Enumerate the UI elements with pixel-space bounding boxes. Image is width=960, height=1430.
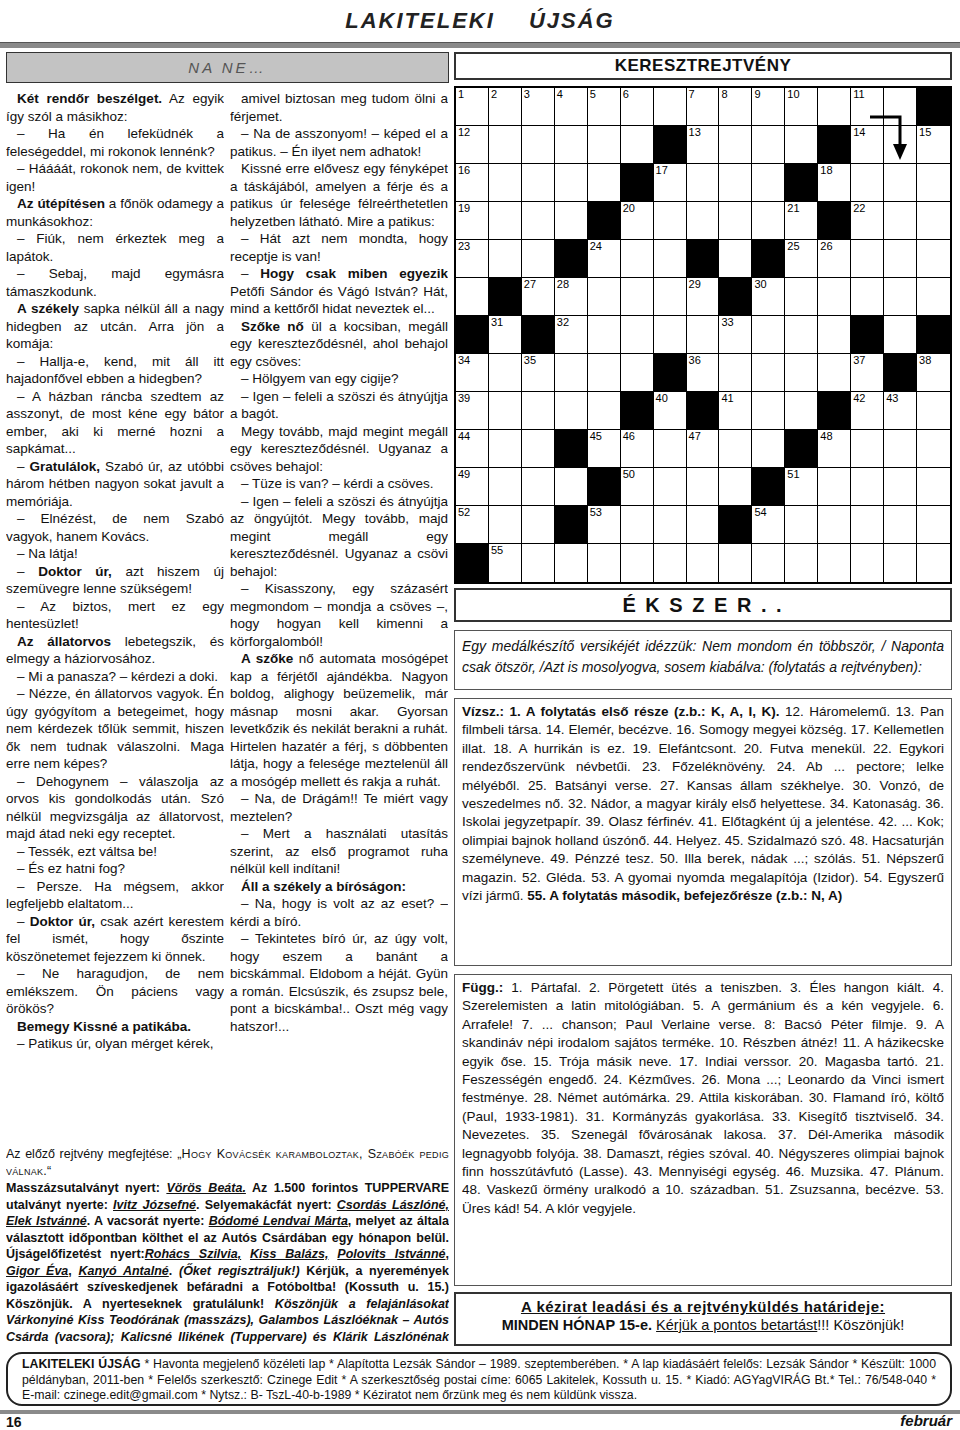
jokes-section-title: NA NE… — [188, 59, 266, 76]
crossword-cell[interactable]: 11 — [851, 88, 884, 126]
crossword-cell[interactable] — [851, 544, 884, 582]
crossword-cell[interactable]: 17 — [654, 164, 687, 202]
crossword-cell[interactable] — [687, 468, 720, 506]
crossword-cell[interactable] — [917, 506, 950, 544]
masthead-rule — [0, 42, 960, 48]
crossword-cell[interactable] — [818, 88, 851, 126]
crossword-cell[interactable]: 27 — [522, 278, 555, 316]
deadline-box: A kézirat leadási és a rejtvényküldés ha… — [454, 1292, 952, 1346]
paragraph: – Hogy csak miben egyezik Petőfi Sándor … — [230, 265, 448, 318]
clue-number: 43 — [886, 392, 898, 405]
paragraph: – Az biztos, mert ez egy hentesüzlet! — [6, 598, 224, 633]
clue-number: 36 — [689, 354, 701, 367]
crossword-black-cell — [456, 544, 489, 582]
paragraph: – Doktor úr, csak azért kerestem fel ism… — [6, 913, 224, 966]
crossword-cell[interactable]: 8 — [719, 88, 752, 126]
crossword-cell[interactable] — [884, 506, 917, 544]
crossword-cell[interactable]: 46 — [621, 430, 654, 468]
crossword-cell[interactable] — [719, 544, 752, 582]
crossword-grid: 1234567891011121314151617181920212223242… — [454, 86, 952, 584]
clue-number: 41 — [721, 392, 733, 405]
crossword-cell[interactable]: 47 — [687, 430, 720, 468]
crossword-cell[interactable] — [687, 544, 720, 582]
crossword-cell[interactable]: 48 — [818, 430, 851, 468]
crossword-black-cell — [489, 278, 522, 316]
paragraph: – És ez hatni fog? — [6, 860, 224, 878]
previous-solution: Az előző rejtvény megfejtése: „Hogy Ková… — [6, 1146, 449, 1179]
clue-number: 35 — [524, 354, 536, 367]
crossword-black-cell — [687, 240, 720, 278]
crossword-cell[interactable] — [851, 164, 884, 202]
crossword-cell[interactable]: 42 — [851, 392, 884, 430]
crossword-black-cell — [522, 316, 555, 354]
crossword-cell[interactable] — [621, 240, 654, 278]
crossword-cell[interactable]: 26 — [818, 240, 851, 278]
paragraph: Áll a székely a bíróságon: — [230, 878, 448, 896]
crossword-cell[interactable] — [818, 278, 851, 316]
down-clues: Függ.: 1. Pártafal. 2. Pörgetett ütés a … — [454, 974, 952, 1286]
winners-text: Masszázsutalványt nyert: Vörös Beáta. Az… — [6, 1180, 449, 1348]
crossword-cell[interactable]: 36 — [687, 354, 720, 392]
paragraph: – Mert a használati utasítás szerint, az… — [230, 825, 448, 878]
clue-number: 37 — [853, 354, 865, 367]
newspaper-page: LAKITELEKI ÚJSÁG NA NE… Két rendőr beszé… — [0, 0, 960, 1430]
crossword-cell[interactable]: 40 — [654, 392, 687, 430]
crossword-cell[interactable] — [588, 126, 621, 164]
crossword-cell[interactable] — [752, 430, 785, 468]
crossword-cell[interactable]: 12 — [456, 126, 489, 164]
crossword-cell[interactable] — [752, 354, 785, 392]
paragraph: A székely sapka nélkül áll a nagy hidegb… — [6, 300, 224, 353]
crossword-cell[interactable]: 6 — [621, 88, 654, 126]
crossword-cell[interactable] — [654, 544, 687, 582]
paragraph: – Hallja-e, kend, mit áll itt hajadonfőv… — [6, 353, 224, 388]
clue-number: 18 — [820, 164, 832, 177]
paragraph: – Mi a panasza? – kérdezi a doki. — [6, 668, 224, 686]
paragraph: – Na de asszonyom! – képed el a patikus.… — [230, 125, 448, 160]
clue-number: 31 — [491, 316, 503, 329]
crossword-cell[interactable]: 2 — [489, 88, 522, 126]
paragraph: – Tessék, ezt váltsa be! — [6, 843, 224, 861]
crossword-black-cell — [588, 468, 621, 506]
paragraph: A szőke nő automata mosógépet kap a férj… — [230, 650, 448, 790]
crossword-cell[interactable] — [522, 202, 555, 240]
clue-number: 50 — [623, 468, 635, 481]
crossword-black-cell — [588, 202, 621, 240]
crossword-cell[interactable] — [621, 316, 654, 354]
paragraph: – Persze. Ha mégsem, akkor legfeljebb el… — [6, 878, 224, 913]
crossword-cell[interactable] — [818, 544, 851, 582]
crossword-black-cell — [752, 240, 785, 278]
crossword-cell[interactable] — [719, 240, 752, 278]
crossword-cell[interactable] — [752, 392, 785, 430]
crossword-cell[interactable] — [489, 126, 522, 164]
crossword-black-cell — [555, 506, 588, 544]
clue-number: 49 — [458, 468, 470, 481]
clue-number: 15 — [919, 126, 931, 139]
crossword-cell[interactable] — [884, 430, 917, 468]
crossword-cell[interactable] — [588, 316, 621, 354]
crossword-cell[interactable]: 41 — [719, 392, 752, 430]
crossword-cell[interactable] — [719, 126, 752, 164]
clue-number: 28 — [557, 278, 569, 291]
jokes-section-header: NA NE… — [6, 52, 449, 83]
clue-number: 11 — [853, 88, 864, 101]
crossword-cell[interactable]: 10 — [785, 88, 818, 126]
crossword-cell[interactable]: 15 — [917, 126, 950, 164]
clue-number: 17 — [656, 164, 668, 177]
crossword-black-cell — [654, 126, 687, 164]
crossword-cell[interactable] — [884, 278, 917, 316]
crossword-black-cell — [621, 392, 654, 430]
crossword-cell[interactable]: 23 — [456, 240, 489, 278]
crossword-cell[interactable]: 22 — [851, 202, 884, 240]
paragraph: – Nézze, én állatorvos vagyok. Én úgy gy… — [6, 685, 224, 773]
crossword-cell[interactable] — [522, 430, 555, 468]
paragraph: Két rendőr beszélget. Az egyik így szól … — [6, 90, 224, 125]
crossword-black-cell — [654, 354, 687, 392]
clue-number: 20 — [623, 202, 635, 215]
crossword-cell[interactable] — [522, 392, 555, 430]
paragraph: – Sebaj, majd egymásra támaszkodunk. — [6, 265, 224, 300]
clue-number: 26 — [820, 240, 832, 253]
crossword-cell[interactable] — [621, 126, 654, 164]
crossword-black-cell — [818, 202, 851, 240]
clue-number: 22 — [853, 202, 865, 215]
clue-number: 48 — [820, 430, 832, 443]
clue-number: 24 — [590, 240, 602, 253]
clue-number: 8 — [721, 88, 727, 101]
crossword-section-header: KERESZTREJTVÉNY — [454, 52, 952, 80]
paragraph: – Gratulálok, Szabó úr, az utóbbi három … — [6, 458, 224, 511]
crossword-cell[interactable] — [588, 164, 621, 202]
crossword-black-cell — [719, 506, 752, 544]
deadline-title: A kézirat leadási és a rejtvényküldés ha… — [456, 1298, 950, 1315]
crossword-black-cell — [752, 468, 785, 506]
paragraph: Szőke nő ül a kocsiban, megáll egy keres… — [230, 318, 448, 371]
crossword-cell[interactable]: 34 — [456, 354, 489, 392]
crossword-cell[interactable]: 31 — [489, 316, 522, 354]
crossword-black-cell — [818, 126, 851, 164]
crossword-cell[interactable] — [522, 506, 555, 544]
crossword-cell[interactable] — [719, 202, 752, 240]
clue-number: 5 — [590, 88, 596, 101]
imprint-box: LAKITELEKI ÚJSÁG * Havonta megjelenő köz… — [6, 1352, 952, 1406]
crossword-cell[interactable]: 53 — [588, 506, 621, 544]
paragraph: – Ne haragudjon, de nem emlékszem. Ön pá… — [6, 965, 224, 1018]
crossword-cell[interactable]: 32 — [555, 316, 588, 354]
clue-number: 4 — [557, 88, 563, 101]
paragraph: – Kisasszony, egy százasért megmondom – … — [230, 580, 448, 650]
crossword-cell[interactable] — [654, 278, 687, 316]
crossword-cell[interactable] — [917, 544, 950, 582]
crossword-cell[interactable] — [719, 164, 752, 202]
crossword-cell[interactable] — [489, 240, 522, 278]
clue-number: 29 — [689, 278, 701, 291]
clue-number: 47 — [689, 430, 701, 443]
crossword-cell[interactable] — [917, 392, 950, 430]
crossword-black-cell — [851, 316, 884, 354]
crossword-cell[interactable]: 50 — [621, 468, 654, 506]
clue-number: 44 — [458, 430, 470, 443]
paragraph: Megy tovább, majd megint megáll egy kere… — [230, 423, 448, 476]
paragraph: – Dehogynem – válaszolja az orvos kis go… — [6, 773, 224, 843]
crossword-cell[interactable] — [818, 468, 851, 506]
crossword-cell[interactable] — [654, 240, 687, 278]
crossword-cell[interactable]: 44 — [456, 430, 489, 468]
crossword-cell[interactable] — [555, 202, 588, 240]
puzzle-theme-header: É K S Z E R . . — [454, 588, 952, 622]
clue-number: 46 — [623, 430, 635, 443]
crossword-cell[interactable]: 51 — [785, 468, 818, 506]
crossword-cell[interactable]: 20 — [621, 202, 654, 240]
crossword-cell[interactable] — [917, 278, 950, 316]
clue-number: 1 — [458, 88, 464, 101]
crossword-cell[interactable] — [818, 316, 851, 354]
crossword-cell[interactable] — [917, 164, 950, 202]
paragraph: – Na, de Drágám!! Te miért vagy meztelen… — [230, 790, 448, 825]
crossword-cell[interactable] — [785, 506, 818, 544]
crossword-title: KERESZTREJTVÉNY — [615, 56, 792, 76]
crossword-cell[interactable]: 24 — [588, 240, 621, 278]
clue-number: 10 — [787, 88, 799, 101]
paragraph: – Na látja! — [6, 545, 224, 563]
crossword-cell[interactable]: 43 — [884, 392, 917, 430]
crossword-cell[interactable] — [917, 468, 950, 506]
crossword-cell[interactable] — [654, 316, 687, 354]
crossword-cell[interactable]: 4 — [555, 88, 588, 126]
crossword-cell[interactable] — [917, 202, 950, 240]
crossword-cell[interactable] — [489, 392, 522, 430]
clue-number: 38 — [919, 354, 931, 367]
crossword-cell[interactable] — [884, 164, 917, 202]
crossword-cell[interactable] — [555, 354, 588, 392]
clue-number: 3 — [524, 88, 530, 101]
crossword-cell[interactable] — [621, 354, 654, 392]
clue-number: 39 — [458, 392, 470, 405]
crossword-cell[interactable] — [884, 88, 917, 126]
crossword-cell[interactable]: 29 — [687, 278, 720, 316]
crossword-cell[interactable] — [522, 164, 555, 202]
crossword-cell[interactable] — [785, 354, 818, 392]
paragraph: – Hölgyem van egy cigije? — [230, 370, 448, 388]
crossword-cell[interactable]: 35 — [522, 354, 555, 392]
crossword-black-cell — [917, 316, 950, 354]
paragraph: – Fiúk, nem érkeztek meg a lapátok. — [6, 230, 224, 265]
crossword-black-cell — [785, 164, 818, 202]
crossword-cell[interactable] — [818, 506, 851, 544]
crossword-cell[interactable] — [588, 278, 621, 316]
crossword-cell[interactable]: 5 — [588, 88, 621, 126]
clue-number: 54 — [754, 506, 766, 519]
clue-number: 53 — [590, 506, 602, 519]
issue-month: február — [900, 1412, 952, 1429]
crossword-cell[interactable] — [489, 430, 522, 468]
crossword-cell[interactable] — [654, 468, 687, 506]
crossword-cell[interactable] — [654, 430, 687, 468]
crossword-cell[interactable] — [489, 506, 522, 544]
crossword-cell[interactable] — [522, 468, 555, 506]
crossword-cell[interactable]: 14 — [851, 126, 884, 164]
crossword-cell[interactable] — [851, 468, 884, 506]
crossword-cell[interactable] — [851, 278, 884, 316]
clue-number: 13 — [689, 126, 701, 139]
clue-number: 55 — [491, 544, 503, 557]
crossword-cell[interactable] — [522, 544, 555, 582]
crossword-cell[interactable]: 13 — [687, 126, 720, 164]
crossword-cell[interactable] — [687, 202, 720, 240]
crossword-black-cell — [785, 430, 818, 468]
crossword-cell[interactable] — [588, 392, 621, 430]
crossword-cell[interactable] — [851, 430, 884, 468]
crossword-cell[interactable] — [851, 240, 884, 278]
crossword-cell[interactable] — [752, 164, 785, 202]
clue-number: 16 — [458, 164, 470, 177]
crossword-cell[interactable] — [884, 468, 917, 506]
page-number: 16 — [6, 1414, 22, 1430]
crossword-cell[interactable] — [489, 164, 522, 202]
crossword-cell[interactable] — [654, 202, 687, 240]
paragraph: Az állatorvos lebetegszik, és elmegy a h… — [6, 633, 224, 668]
clue-number: 6 — [623, 88, 629, 101]
crossword-cell[interactable] — [522, 240, 555, 278]
clue-number: 32 — [557, 316, 569, 329]
crossword-black-cell — [555, 240, 588, 278]
paragraph: – Háááát, rokonok nem, de kvittek igen! — [6, 160, 224, 195]
crossword-cell[interactable]: 54 — [752, 506, 785, 544]
crossword-cell[interactable]: 1 — [456, 88, 489, 126]
crossword-cell[interactable] — [555, 544, 588, 582]
crossword-cell[interactable] — [884, 202, 917, 240]
crossword-cell[interactable] — [687, 506, 720, 544]
crossword-cell[interactable]: 7 — [687, 88, 720, 126]
clue-number: 40 — [656, 392, 668, 405]
clue-number: 19 — [458, 202, 470, 215]
crossword-cell[interactable]: 25 — [785, 240, 818, 278]
crossword-cell[interactable] — [555, 392, 588, 430]
crossword-cell[interactable] — [884, 544, 917, 582]
clue-number: 27 — [524, 278, 536, 291]
crossword-cell[interactable] — [489, 468, 522, 506]
clue-number: 52 — [458, 506, 470, 519]
deadline-detail: MINDEN HÓNAP 15-e. Kérjük a pontos betar… — [456, 1317, 950, 1333]
crossword-cell[interactable] — [884, 240, 917, 278]
clue-number: 9 — [754, 88, 760, 101]
crossword-black-cell — [456, 316, 489, 354]
crossword-cell[interactable]: 38 — [917, 354, 950, 392]
crossword-cell[interactable] — [917, 240, 950, 278]
paragraph: Az útépítésen a főnök odamegy a munkások… — [6, 195, 224, 230]
crossword-cell[interactable]: 16 — [456, 164, 489, 202]
crossword-cell[interactable] — [555, 126, 588, 164]
crossword-cell[interactable]: 52 — [456, 506, 489, 544]
crossword-cell[interactable] — [621, 544, 654, 582]
clue-number: 7 — [689, 88, 695, 101]
puzzle-quote-box: Egy medálkészítő versikéjét idézzük: Nem… — [454, 630, 952, 690]
crossword-cell[interactable]: 28 — [555, 278, 588, 316]
crossword-black-cell — [621, 164, 654, 202]
clue-number: 34 — [458, 354, 470, 367]
crossword-cell[interactable] — [555, 164, 588, 202]
crossword-black-cell — [687, 392, 720, 430]
paragraph: amivel biztosan meg tudom ölni a férjeme… — [230, 90, 448, 125]
crossword-cell[interactable] — [456, 278, 489, 316]
clue-number: 12 — [458, 126, 470, 139]
crossword-cell[interactable] — [489, 354, 522, 392]
crossword-cell[interactable]: 3 — [522, 88, 555, 126]
crossword-cell[interactable]: 9 — [752, 88, 785, 126]
crossword-cell[interactable] — [785, 392, 818, 430]
crossword-black-cell — [555, 430, 588, 468]
jokes-column-1: Két rendőr beszélget. Az egyik így szól … — [6, 90, 224, 1142]
clue-number: 30 — [754, 278, 766, 291]
crossword-cell[interactable] — [884, 126, 917, 164]
crossword-cell[interactable] — [785, 278, 818, 316]
paragraph: – Elnézést, de nem Szabó vagyok, hanem K… — [6, 510, 224, 545]
crossword-cell[interactable] — [752, 202, 785, 240]
solution-prefix: Az előző rejtvény megfejtése: — [6, 1147, 177, 1161]
crossword-cell[interactable] — [884, 316, 917, 354]
crossword-cell[interactable] — [687, 164, 720, 202]
crossword-cell[interactable]: 39 — [456, 392, 489, 430]
crossword-cell[interactable] — [588, 544, 621, 582]
crossword-cell[interactable]: 37 — [851, 354, 884, 392]
crossword-cell[interactable] — [785, 544, 818, 582]
crossword-cell[interactable] — [719, 468, 752, 506]
crossword-cell[interactable] — [687, 316, 720, 354]
crossword-cell[interactable]: 45 — [588, 430, 621, 468]
crossword-black-cell — [818, 392, 851, 430]
clue-number: 42 — [853, 392, 865, 405]
crossword-cell[interactable] — [785, 316, 818, 354]
crossword-cell[interactable]: 19 — [456, 202, 489, 240]
crossword-cell[interactable]: 21 — [785, 202, 818, 240]
paragraph: – Na, hogy is volt az az eset? – kérdi a… — [230, 895, 448, 930]
crossword-cell[interactable]: 55 — [489, 544, 522, 582]
crossword-cell[interactable]: 18 — [818, 164, 851, 202]
paragraph: – Igen – feleli a szöszi és átnyújtja a … — [230, 388, 448, 423]
crossword-black-cell — [884, 354, 917, 392]
crossword-cell[interactable] — [851, 506, 884, 544]
crossword-cell[interactable]: 30 — [752, 278, 785, 316]
crossword-cell[interactable] — [785, 126, 818, 164]
crossword-cell[interactable] — [522, 126, 555, 164]
paragraph: – Patikus úr, olyan mérget kérek, — [6, 1035, 224, 1053]
paragraph: – Doktor úr, azt hiszem új szemüvegre le… — [6, 563, 224, 598]
crossword-cell[interactable] — [489, 202, 522, 240]
crossword-cell[interactable] — [588, 354, 621, 392]
crossword-cell[interactable] — [752, 126, 785, 164]
crossword-cell[interactable]: 49 — [456, 468, 489, 506]
crossword-cell[interactable] — [917, 430, 950, 468]
crossword-cell[interactable] — [654, 506, 687, 544]
clue-number: 21 — [787, 202, 799, 215]
crossword-cell[interactable] — [654, 88, 687, 126]
clue-number: 14 — [853, 126, 865, 139]
crossword-cell[interactable] — [752, 544, 785, 582]
footer-rule — [0, 1410, 960, 1414]
crossword-cell[interactable] — [719, 354, 752, 392]
crossword-cell[interactable] — [818, 354, 851, 392]
crossword-cell[interactable] — [719, 430, 752, 468]
crossword-cell[interactable] — [752, 316, 785, 354]
paragraph: Bemegy Kissné a patikába. — [6, 1018, 224, 1036]
crossword-cell[interactable] — [555, 468, 588, 506]
crossword-cell[interactable]: 33 — [719, 316, 752, 354]
crossword-cell[interactable] — [621, 278, 654, 316]
crossword-cell[interactable] — [621, 506, 654, 544]
clue-number: 45 — [590, 430, 602, 443]
